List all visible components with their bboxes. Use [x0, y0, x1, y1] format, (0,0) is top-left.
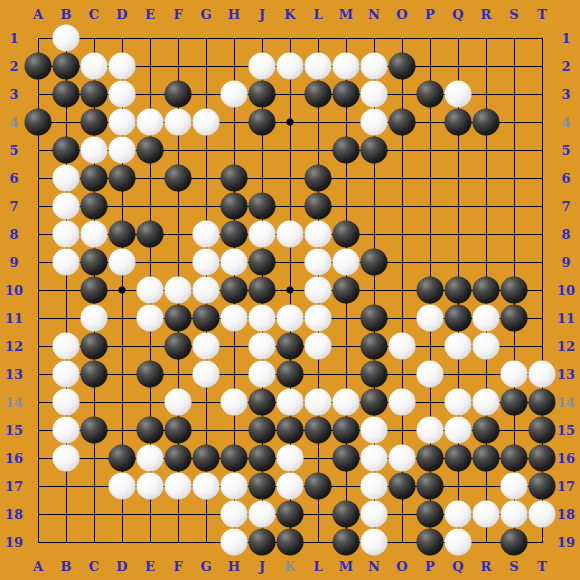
stone-black-F6[interactable] — [165, 165, 192, 192]
stone-white-N4[interactable] — [361, 109, 388, 136]
stone-black-K19[interactable] — [277, 529, 304, 556]
stone-white-R14[interactable] — [473, 389, 500, 416]
stone-black-B5[interactable] — [53, 137, 80, 164]
stone-white-P11[interactable] — [417, 305, 444, 332]
stone-white-H17[interactable] — [221, 473, 248, 500]
stone-black-N12[interactable] — [361, 333, 388, 360]
stone-black-T14[interactable] — [529, 389, 556, 416]
stone-white-R12[interactable] — [473, 333, 500, 360]
row-label-left: 11 — [5, 312, 23, 325]
row-label-left: 6 — [9, 172, 18, 185]
stone-black-Q16[interactable] — [445, 445, 472, 472]
stone-black-O17[interactable] — [389, 473, 416, 500]
stone-black-G11[interactable] — [193, 305, 220, 332]
column-label-bottom: A — [33, 560, 43, 573]
column-label-bottom: G — [200, 560, 211, 573]
stone-white-S18[interactable] — [501, 501, 528, 528]
stone-white-N17[interactable] — [361, 473, 388, 500]
row-label-left: 9 — [9, 256, 18, 269]
star-point — [119, 287, 126, 294]
stone-black-J9[interactable] — [249, 249, 276, 276]
stone-black-P18[interactable] — [417, 501, 444, 528]
stone-white-J11[interactable] — [249, 305, 276, 332]
stone-white-G17[interactable] — [193, 473, 220, 500]
column-label-bottom: N — [368, 560, 380, 573]
row-label-left: 15 — [5, 424, 23, 437]
stone-white-B6[interactable] — [53, 165, 80, 192]
stone-black-A2[interactable] — [25, 53, 52, 80]
stone-black-S19[interactable] — [501, 529, 528, 556]
stone-black-H8[interactable] — [221, 221, 248, 248]
stone-black-E13[interactable] — [137, 361, 164, 388]
stone-black-R15[interactable] — [473, 417, 500, 444]
stone-black-E5[interactable] — [137, 137, 164, 164]
stone-black-F12[interactable] — [165, 333, 192, 360]
row-label-right: 4 — [561, 116, 570, 129]
stone-white-L11[interactable] — [305, 305, 332, 332]
column-label-bottom: T — [537, 560, 547, 573]
column-label-top: C — [89, 8, 99, 21]
stone-white-B16[interactable] — [53, 445, 80, 472]
row-label-right: 8 — [561, 228, 570, 241]
stone-white-P13[interactable] — [417, 361, 444, 388]
stone-black-M10[interactable] — [333, 277, 360, 304]
column-label-bottom: F — [173, 560, 182, 573]
stone-black-M3[interactable] — [333, 81, 360, 108]
star-point — [287, 119, 294, 126]
stone-black-M19[interactable] — [333, 529, 360, 556]
stone-white-L8[interactable] — [305, 221, 332, 248]
stone-black-Q10[interactable] — [445, 277, 472, 304]
stone-white-B9[interactable] — [53, 249, 80, 276]
stone-white-G9[interactable] — [193, 249, 220, 276]
row-label-left: 10 — [5, 284, 23, 297]
stone-black-P10[interactable] — [417, 277, 444, 304]
stone-black-K18[interactable] — [277, 501, 304, 528]
stone-black-H7[interactable] — [221, 193, 248, 220]
stone-white-L12[interactable] — [305, 333, 332, 360]
stone-white-K11[interactable] — [277, 305, 304, 332]
column-label-bottom: S — [509, 560, 518, 573]
stone-white-F10[interactable] — [165, 277, 192, 304]
stone-black-P17[interactable] — [417, 473, 444, 500]
row-label-right: 14 — [557, 396, 575, 409]
column-label-top: F — [173, 8, 182, 21]
stone-black-P16[interactable] — [417, 445, 444, 472]
stone-black-E15[interactable] — [137, 417, 164, 444]
stone-white-B12[interactable] — [53, 333, 80, 360]
column-label-top: M — [339, 8, 353, 21]
column-label-bottom: J — [259, 560, 265, 573]
stone-black-J4[interactable] — [249, 109, 276, 136]
stone-black-D6[interactable] — [109, 165, 136, 192]
stone-white-T18[interactable] — [529, 501, 556, 528]
stone-black-L7[interactable] — [305, 193, 332, 220]
stone-white-B13[interactable] — [53, 361, 80, 388]
stone-white-E17[interactable] — [137, 473, 164, 500]
stone-black-M5[interactable] — [333, 137, 360, 164]
column-label-bottom: K — [284, 560, 295, 573]
row-label-left: 16 — [5, 452, 23, 465]
stone-white-S13[interactable] — [501, 361, 528, 388]
row-label-left: 14 — [5, 396, 23, 409]
stone-white-E16[interactable] — [137, 445, 164, 472]
stone-black-J7[interactable] — [249, 193, 276, 220]
stone-white-N16[interactable] — [361, 445, 388, 472]
stone-black-L3[interactable] — [305, 81, 332, 108]
stone-black-F16[interactable] — [165, 445, 192, 472]
row-label-left: 2 — [9, 60, 18, 73]
stone-white-H19[interactable] — [221, 529, 248, 556]
stone-white-Q14[interactable] — [445, 389, 472, 416]
stone-black-C15[interactable] — [81, 417, 108, 444]
column-label-top: T — [537, 8, 547, 21]
stone-black-C4[interactable] — [81, 109, 108, 136]
stone-black-K13[interactable] — [277, 361, 304, 388]
stone-black-O4[interactable] — [389, 109, 416, 136]
stone-white-Q18[interactable] — [445, 501, 472, 528]
row-label-right: 16 — [557, 452, 575, 465]
stone-white-J8[interactable] — [249, 221, 276, 248]
row-label-left: 17 — [5, 480, 23, 493]
row-label-right: 19 — [557, 536, 575, 549]
stone-white-D17[interactable] — [109, 473, 136, 500]
column-label-bottom: B — [61, 560, 72, 573]
row-label-left: 5 — [9, 144, 18, 157]
row-label-left: 13 — [5, 368, 23, 381]
stone-black-N5[interactable] — [361, 137, 388, 164]
row-label-left: 4 — [9, 116, 18, 129]
row-label-right: 13 — [557, 368, 575, 381]
column-label-top: J — [259, 8, 265, 21]
stone-white-N15[interactable] — [361, 417, 388, 444]
stone-white-F4[interactable] — [165, 109, 192, 136]
stone-white-L2[interactable] — [305, 53, 332, 80]
column-label-top: B — [61, 8, 72, 21]
stone-white-K17[interactable] — [277, 473, 304, 500]
stone-white-T13[interactable] — [529, 361, 556, 388]
stone-black-N11[interactable] — [361, 305, 388, 332]
stone-black-A4[interactable] — [25, 109, 52, 136]
stone-black-C10[interactable] — [81, 277, 108, 304]
column-label-top: D — [116, 8, 127, 21]
row-label-left: 7 — [9, 200, 18, 213]
stone-black-J14[interactable] — [249, 389, 276, 416]
stone-white-D5[interactable] — [109, 137, 136, 164]
stone-white-M9[interactable] — [333, 249, 360, 276]
stone-white-Q3[interactable] — [445, 81, 472, 108]
stone-white-D4[interactable] — [109, 109, 136, 136]
row-label-left: 19 — [5, 536, 23, 549]
stone-white-E11[interactable] — [137, 305, 164, 332]
stone-white-L10[interactable] — [305, 277, 332, 304]
stone-white-H11[interactable] — [221, 305, 248, 332]
stone-white-P15[interactable] — [417, 417, 444, 444]
row-label-right: 12 — [557, 340, 575, 353]
stone-black-S16[interactable] — [501, 445, 528, 472]
stone-black-N14[interactable] — [361, 389, 388, 416]
stone-white-R18[interactable] — [473, 501, 500, 528]
stone-white-O14[interactable] — [389, 389, 416, 416]
row-label-right: 15 — [557, 424, 575, 437]
stone-black-R4[interactable] — [473, 109, 500, 136]
row-label-left: 1 — [9, 32, 18, 45]
stone-black-L17[interactable] — [305, 473, 332, 500]
row-label-left: 18 — [5, 508, 23, 521]
column-label-top: L — [313, 8, 322, 21]
row-label-right: 17 — [557, 480, 575, 493]
star-point — [287, 287, 294, 294]
stone-white-J12[interactable] — [249, 333, 276, 360]
stone-black-T15[interactable] — [529, 417, 556, 444]
stone-white-J2[interactable] — [249, 53, 276, 80]
stone-black-K15[interactable] — [277, 417, 304, 444]
column-label-bottom: O — [396, 560, 407, 573]
row-label-right: 5 — [561, 144, 570, 157]
stone-black-N13[interactable] — [361, 361, 388, 388]
stone-black-P3[interactable] — [417, 81, 444, 108]
stone-black-C7[interactable] — [81, 193, 108, 220]
stone-white-O12[interactable] — [389, 333, 416, 360]
stone-black-B3[interactable] — [53, 81, 80, 108]
stone-white-Q19[interactable] — [445, 529, 472, 556]
column-label-top: R — [481, 8, 492, 21]
stone-black-S10[interactable] — [501, 277, 528, 304]
go-board[interactable]: AABBCCDDEEFFGGHHJJKKLLMMNNOOPPQQRRSSTT11… — [0, 0, 580, 580]
column-label-top: K — [284, 8, 295, 21]
stone-black-J16[interactable] — [249, 445, 276, 472]
stone-black-F11[interactable] — [165, 305, 192, 332]
stone-white-C5[interactable] — [81, 137, 108, 164]
stone-white-M2[interactable] — [333, 53, 360, 80]
column-label-top: A — [33, 8, 43, 21]
column-label-top: N — [368, 8, 380, 21]
stone-black-J10[interactable] — [249, 277, 276, 304]
stone-white-H18[interactable] — [221, 501, 248, 528]
stone-black-B2[interactable] — [53, 53, 80, 80]
row-label-left: 12 — [5, 340, 23, 353]
stone-white-E4[interactable] — [137, 109, 164, 136]
stone-black-R10[interactable] — [473, 277, 500, 304]
stone-white-S17[interactable] — [501, 473, 528, 500]
row-label-right: 9 — [561, 256, 570, 269]
stone-black-H10[interactable] — [221, 277, 248, 304]
stone-black-T17[interactable] — [529, 473, 556, 500]
column-label-top: H — [228, 8, 240, 21]
row-label-right: 11 — [557, 312, 575, 325]
stone-black-P19[interactable] — [417, 529, 444, 556]
stone-black-F3[interactable] — [165, 81, 192, 108]
row-label-right: 1 — [561, 32, 570, 45]
row-label-right: 10 — [557, 284, 575, 297]
stone-white-B14[interactable] — [53, 389, 80, 416]
stone-black-C6[interactable] — [81, 165, 108, 192]
stone-white-N2[interactable] — [361, 53, 388, 80]
stone-white-G13[interactable] — [193, 361, 220, 388]
stone-black-R16[interactable] — [473, 445, 500, 472]
column-label-bottom: Q — [452, 560, 463, 573]
stone-white-C2[interactable] — [81, 53, 108, 80]
stone-white-O16[interactable] — [389, 445, 416, 472]
row-label-right: 2 — [561, 60, 570, 73]
stone-white-N18[interactable] — [361, 501, 388, 528]
row-label-right: 18 — [557, 508, 575, 521]
stone-black-G16[interactable] — [193, 445, 220, 472]
column-label-bottom: P — [425, 560, 435, 573]
stone-white-D9[interactable] — [109, 249, 136, 276]
stone-black-S11[interactable] — [501, 305, 528, 332]
stone-black-J15[interactable] — [249, 417, 276, 444]
stone-black-D8[interactable] — [109, 221, 136, 248]
row-label-right: 3 — [561, 88, 570, 101]
stone-black-Q4[interactable] — [445, 109, 472, 136]
stone-white-F17[interactable] — [165, 473, 192, 500]
stone-white-N3[interactable] — [361, 81, 388, 108]
column-label-bottom: M — [339, 560, 353, 573]
stone-black-O2[interactable] — [389, 53, 416, 80]
stone-black-M16[interactable] — [333, 445, 360, 472]
stone-black-S14[interactable] — [501, 389, 528, 416]
stone-black-Q11[interactable] — [445, 305, 472, 332]
stone-black-M8[interactable] — [333, 221, 360, 248]
stone-white-K16[interactable] — [277, 445, 304, 472]
stone-white-C11[interactable] — [81, 305, 108, 332]
stone-white-G12[interactable] — [193, 333, 220, 360]
column-label-top: O — [396, 8, 407, 21]
stone-white-D2[interactable] — [109, 53, 136, 80]
stone-black-F15[interactable] — [165, 417, 192, 444]
stone-white-J18[interactable] — [249, 501, 276, 528]
row-label-left: 8 — [9, 228, 18, 241]
stone-white-H14[interactable] — [221, 389, 248, 416]
stone-white-K8[interactable] — [277, 221, 304, 248]
stone-black-M15[interactable] — [333, 417, 360, 444]
stone-black-T16[interactable] — [529, 445, 556, 472]
stone-white-L14[interactable] — [305, 389, 332, 416]
column-label-bottom: E — [145, 560, 155, 573]
stone-white-E10[interactable] — [137, 277, 164, 304]
stone-white-H3[interactable] — [221, 81, 248, 108]
column-label-top: E — [145, 8, 155, 21]
stone-black-M18[interactable] — [333, 501, 360, 528]
column-label-bottom: R — [481, 560, 492, 573]
stone-black-J19[interactable] — [249, 529, 276, 556]
stone-black-L6[interactable] — [305, 165, 332, 192]
stone-white-K14[interactable] — [277, 389, 304, 416]
row-label-right: 6 — [561, 172, 570, 185]
stone-black-J17[interactable] — [249, 473, 276, 500]
stone-white-B15[interactable] — [53, 417, 80, 444]
stone-white-L9[interactable] — [305, 249, 332, 276]
column-label-top: G — [200, 8, 211, 21]
stone-white-K2[interactable] — [277, 53, 304, 80]
stone-white-H9[interactable] — [221, 249, 248, 276]
stone-white-R11[interactable] — [473, 305, 500, 332]
stone-white-G4[interactable] — [193, 109, 220, 136]
stone-white-B8[interactable] — [53, 221, 80, 248]
stone-white-N19[interactable] — [361, 529, 388, 556]
row-label-left: 3 — [9, 88, 18, 101]
stone-black-H6[interactable] — [221, 165, 248, 192]
stone-white-Q12[interactable] — [445, 333, 472, 360]
row-label-right: 7 — [561, 200, 570, 213]
column-label-top: Q — [452, 8, 463, 21]
column-label-bottom: C — [89, 560, 99, 573]
stone-black-N9[interactable] — [361, 249, 388, 276]
column-label-top: S — [509, 8, 518, 21]
stone-white-B1[interactable] — [53, 25, 80, 52]
stone-black-E8[interactable] — [137, 221, 164, 248]
stone-white-D3[interactable] — [109, 81, 136, 108]
stone-white-G10[interactable] — [193, 277, 220, 304]
stone-white-F14[interactable] — [165, 389, 192, 416]
stone-black-C9[interactable] — [81, 249, 108, 276]
stone-white-Q15[interactable] — [445, 417, 472, 444]
stone-white-M14[interactable] — [333, 389, 360, 416]
column-label-bottom: H — [228, 560, 240, 573]
column-label-bottom: L — [313, 560, 322, 573]
stone-black-J3[interactable] — [249, 81, 276, 108]
column-label-bottom: D — [116, 560, 127, 573]
stone-black-L15[interactable] — [305, 417, 332, 444]
stone-white-G8[interactable] — [193, 221, 220, 248]
stone-black-C13[interactable] — [81, 361, 108, 388]
stone-white-B7[interactable] — [53, 193, 80, 220]
stone-white-J13[interactable] — [249, 361, 276, 388]
stone-black-K12[interactable] — [277, 333, 304, 360]
stone-white-C8[interactable] — [81, 221, 108, 248]
column-label-top: P — [425, 8, 435, 21]
stone-black-D16[interactable] — [109, 445, 136, 472]
stone-black-C12[interactable] — [81, 333, 108, 360]
stone-black-C3[interactable] — [81, 81, 108, 108]
stone-black-H16[interactable] — [221, 445, 248, 472]
